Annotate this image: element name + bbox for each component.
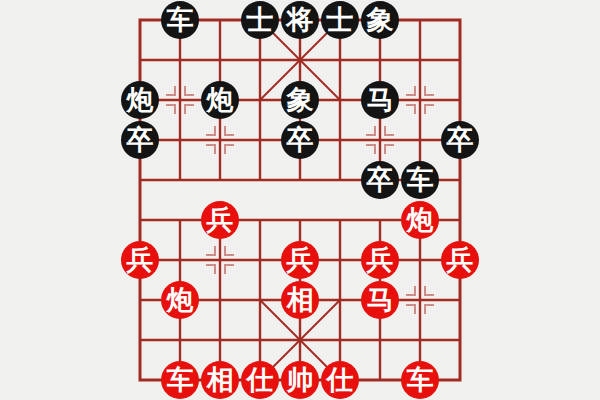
piece-black-elephant[interactable]: 象 bbox=[281, 81, 319, 119]
piece-red-advisor[interactable]: 仕 bbox=[241, 361, 279, 399]
piece-black-soldier[interactable]: 卒 bbox=[121, 121, 159, 159]
piece-red-soldier[interactable]: 兵 bbox=[121, 241, 159, 279]
piece-red-soldier[interactable]: 兵 bbox=[361, 241, 399, 279]
piece-black-soldier[interactable]: 卒 bbox=[441, 121, 479, 159]
piece-red-rook[interactable]: 车 bbox=[401, 361, 439, 399]
piece-black-horse[interactable]: 马 bbox=[361, 81, 399, 119]
piece-red-advisor[interactable]: 仕 bbox=[321, 361, 359, 399]
piece-red-cannon[interactable]: 炮 bbox=[401, 201, 439, 239]
piece-black-rook[interactable]: 车 bbox=[401, 161, 439, 199]
piece-black-rook[interactable]: 车 bbox=[161, 1, 199, 39]
piece-red-rook[interactable]: 车 bbox=[161, 361, 199, 399]
piece-red-soldier[interactable]: 兵 bbox=[441, 241, 479, 279]
piece-black-cannon[interactable]: 炮 bbox=[201, 81, 239, 119]
piece-red-cannon[interactable]: 炮 bbox=[161, 281, 199, 319]
piece-red-elephant[interactable]: 相 bbox=[201, 361, 239, 399]
piece-black-soldier[interactable]: 卒 bbox=[361, 161, 399, 199]
pieces-layer: 车士将士象炮炮象马卒卒卒卒车兵炮兵兵兵兵炮相马车相仕帅仕车 bbox=[120, 0, 480, 400]
piece-black-advisor[interactable]: 士 bbox=[321, 1, 359, 39]
piece-red-horse[interactable]: 马 bbox=[361, 281, 399, 319]
xiangqi-board: 车士将士象炮炮象马卒卒卒卒车兵炮兵兵兵兵炮相马车相仕帅仕车 bbox=[0, 0, 600, 400]
piece-black-general[interactable]: 将 bbox=[281, 1, 319, 39]
piece-black-soldier[interactable]: 卒 bbox=[281, 121, 319, 159]
piece-black-advisor[interactable]: 士 bbox=[241, 1, 279, 39]
piece-black-elephant[interactable]: 象 bbox=[361, 1, 399, 39]
piece-red-elephant[interactable]: 相 bbox=[281, 281, 319, 319]
piece-red-soldier[interactable]: 兵 bbox=[201, 201, 239, 239]
piece-red-soldier[interactable]: 兵 bbox=[281, 241, 319, 279]
piece-black-cannon[interactable]: 炮 bbox=[121, 81, 159, 119]
piece-red-king[interactable]: 帅 bbox=[281, 361, 319, 399]
